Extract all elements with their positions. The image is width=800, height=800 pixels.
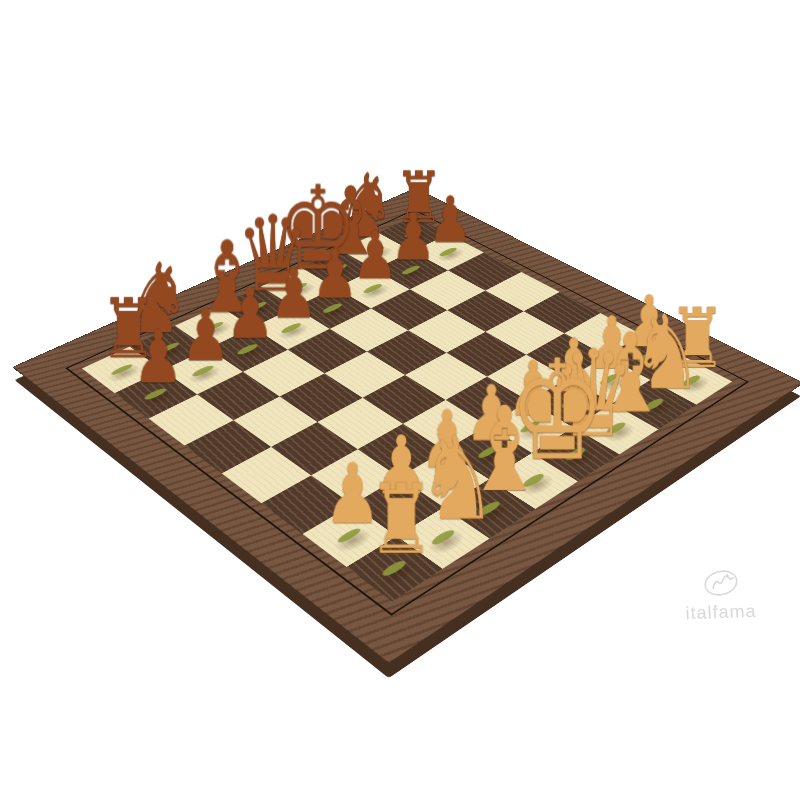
board-grid: ♜♞♝♛♚♝♞♜♟♟♟♟♟♟♟♟♟♟♟♟♟♟♟♟♜♞♝♚♛♝♞♜	[82, 216, 732, 601]
watermark-text: italfama	[663, 600, 780, 625]
product-photo-scene: ♜♞♝♛♚♝♞♜♟♟♟♟♟♟♟♟♟♟♟♟♟♟♟♟♜♞♝♚♛♝♞♜ italfam…	[0, 0, 800, 800]
watermark: italfama	[663, 566, 779, 623]
piece-black-pawn: ♟	[226, 279, 270, 349]
square-b6	[197, 372, 280, 421]
piece-black-pawn: ♟	[270, 259, 313, 328]
italfama-logo-icon	[698, 566, 744, 600]
piece-white-rook: ♜	[368, 471, 421, 568]
piece-black-pawn: ♟	[180, 299, 225, 371]
piece-black-pawn: ♟	[133, 321, 179, 394]
